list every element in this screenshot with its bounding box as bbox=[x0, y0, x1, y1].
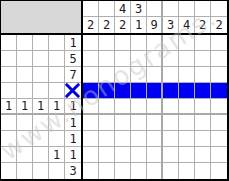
grid-cell[interactable] bbox=[195, 67, 211, 83]
grid-cell[interactable] bbox=[195, 163, 211, 179]
grid-cell[interactable] bbox=[115, 67, 131, 83]
row-clue-cell[interactable] bbox=[49, 115, 65, 131]
column-clues: 43222193422 bbox=[83, 1, 227, 33]
grid-cell[interactable] bbox=[211, 131, 227, 147]
col-clue-cell[interactable] bbox=[99, 1, 115, 17]
col-clue-cell[interactable]: 2 bbox=[211, 17, 227, 33]
row-clue-cell[interactable] bbox=[33, 35, 49, 51]
row-clue-cell[interactable] bbox=[1, 163, 17, 179]
grid-cell[interactable] bbox=[195, 147, 211, 163]
grid-cell[interactable] bbox=[131, 51, 147, 67]
grid-cell[interactable] bbox=[99, 67, 115, 83]
col-clue-cell[interactable]: 4 bbox=[115, 1, 131, 17]
row-clue-cell[interactable] bbox=[33, 163, 49, 179]
grid-cell[interactable] bbox=[195, 83, 211, 99]
row-clue-cell[interactable]: 1 bbox=[33, 99, 49, 115]
grid-cell[interactable] bbox=[147, 147, 163, 163]
row-clue-cell[interactable] bbox=[49, 35, 65, 51]
row-clue-cell[interactable] bbox=[33, 131, 49, 147]
grid-cell[interactable] bbox=[179, 163, 195, 179]
grid-cell[interactable] bbox=[83, 99, 99, 115]
row-clue-cell[interactable] bbox=[1, 131, 17, 147]
grid-cell[interactable] bbox=[131, 83, 147, 99]
grid-cell[interactable] bbox=[179, 67, 195, 83]
row-clue-cell[interactable] bbox=[49, 163, 65, 179]
row-clue-cell[interactable] bbox=[17, 115, 33, 131]
grid-cell[interactable] bbox=[83, 115, 99, 131]
grid-cell[interactable] bbox=[99, 163, 115, 179]
grid-cell[interactable] bbox=[211, 83, 227, 99]
col-clue-cell[interactable]: 1 bbox=[131, 17, 147, 33]
row-clue-cell[interactable] bbox=[33, 147, 49, 163]
nonogram-board: 43222193422 1571111111113 www.nonograms. bbox=[0, 0, 229, 181]
grid-cell[interactable] bbox=[163, 83, 179, 99]
row-clue-cell[interactable]: 1 bbox=[49, 99, 65, 115]
col-clue-cell[interactable] bbox=[211, 1, 227, 17]
grid-cell[interactable] bbox=[115, 35, 131, 51]
row-clue-cell[interactable] bbox=[49, 51, 65, 67]
puzzle-grid bbox=[83, 35, 227, 179]
row-clue-cell[interactable] bbox=[49, 131, 65, 147]
row-clue-cell[interactable]: 5 bbox=[65, 51, 81, 67]
grid-cell[interactable] bbox=[147, 99, 163, 115]
col-clue-cell[interactable]: 2 bbox=[195, 17, 211, 33]
grid-cell[interactable] bbox=[131, 67, 147, 83]
grid-cell[interactable] bbox=[211, 115, 227, 131]
row-clue-cell[interactable] bbox=[17, 131, 33, 147]
grid-cell[interactable] bbox=[147, 35, 163, 51]
col-clue-cell[interactable]: 2 bbox=[99, 17, 115, 33]
row-clue-cell[interactable]: 1 bbox=[49, 147, 65, 163]
grid-cell[interactable] bbox=[83, 131, 99, 147]
col-clue-cell[interactable] bbox=[147, 1, 163, 17]
grid-cell[interactable] bbox=[131, 131, 147, 147]
col-clue-cell[interactable]: 3 bbox=[131, 1, 147, 17]
grid-cell[interactable] bbox=[83, 67, 99, 83]
grid-cell[interactable] bbox=[163, 147, 179, 163]
grid-cell[interactable] bbox=[131, 35, 147, 51]
row-clue-cell[interactable] bbox=[1, 83, 17, 99]
grid-cell[interactable] bbox=[163, 35, 179, 51]
row-clue-cell[interactable]: 1 bbox=[65, 115, 81, 131]
grid-cell[interactable] bbox=[179, 115, 195, 131]
col-clue-cell[interactable]: 4 bbox=[179, 17, 195, 33]
grid-cell[interactable] bbox=[83, 51, 99, 67]
row-clue-cell[interactable] bbox=[33, 83, 49, 99]
grid-cell[interactable] bbox=[99, 51, 115, 67]
clue-corner bbox=[1, 1, 81, 33]
col-clue-cell[interactable]: 2 bbox=[83, 17, 99, 33]
grid-cell[interactable] bbox=[131, 99, 147, 115]
grid-cell[interactable] bbox=[131, 163, 147, 179]
row-clue-cell[interactable]: 1 bbox=[1, 99, 17, 115]
row-clue-cell[interactable] bbox=[17, 83, 33, 99]
col-clue-cell[interactable]: 2 bbox=[115, 17, 131, 33]
col-clue-cell[interactable] bbox=[163, 1, 179, 17]
row-clue-cell[interactable] bbox=[1, 115, 17, 131]
grid-cell[interactable] bbox=[131, 115, 147, 131]
row-clue-cell[interactable]: 1 bbox=[65, 99, 81, 115]
grid-cell[interactable] bbox=[115, 163, 131, 179]
grid-cell[interactable] bbox=[163, 99, 179, 115]
grid-cell[interactable] bbox=[163, 51, 179, 67]
grid-cell[interactable] bbox=[83, 35, 99, 51]
grid-cell[interactable] bbox=[211, 147, 227, 163]
grid-cell[interactable] bbox=[195, 35, 211, 51]
row-clue-cell[interactable] bbox=[17, 147, 33, 163]
row-clue-cell[interactable] bbox=[49, 67, 65, 83]
col-clue-cell[interactable]: 9 bbox=[147, 17, 163, 33]
grid-cell[interactable] bbox=[211, 51, 227, 67]
row-clue-cell[interactable]: 3 bbox=[65, 163, 81, 179]
grid-cell[interactable] bbox=[147, 67, 163, 83]
completed-clue-cross-icon[interactable] bbox=[65, 83, 81, 99]
grid-cell[interactable] bbox=[131, 147, 147, 163]
grid-cell[interactable] bbox=[179, 131, 195, 147]
grid-cell[interactable] bbox=[115, 115, 131, 131]
grid-cell[interactable] bbox=[147, 51, 163, 67]
row-clue-cell[interactable] bbox=[17, 163, 33, 179]
grid-cell[interactable] bbox=[99, 99, 115, 115]
grid-cell[interactable] bbox=[147, 83, 163, 99]
col-clue-cell[interactable]: 3 bbox=[163, 17, 179, 33]
grid-cell[interactable] bbox=[179, 99, 195, 115]
grid-cell[interactable] bbox=[179, 83, 195, 99]
grid-cell[interactable] bbox=[147, 115, 163, 131]
col-clue-cell[interactable] bbox=[83, 1, 99, 17]
row-clues: 1571111111113 bbox=[1, 35, 81, 179]
grid-cell[interactable] bbox=[211, 163, 227, 179]
row-clue-cell[interactable] bbox=[33, 51, 49, 67]
grid-cell[interactable] bbox=[115, 51, 131, 67]
row-clue-cell[interactable] bbox=[33, 67, 49, 83]
grid-cell[interactable] bbox=[99, 131, 115, 147]
grid-cell[interactable] bbox=[163, 115, 179, 131]
row-clue-cell[interactable] bbox=[33, 115, 49, 131]
row-clue-cell[interactable]: 1 bbox=[65, 35, 81, 51]
grid-cell[interactable] bbox=[195, 51, 211, 67]
row-clue-cell[interactable] bbox=[1, 147, 17, 163]
row-clue-cell[interactable]: 7 bbox=[65, 67, 81, 83]
col-clue-cell[interactable] bbox=[179, 1, 195, 17]
row-clue-cell[interactable]: 1 bbox=[65, 131, 81, 147]
grid-cell[interactable] bbox=[163, 131, 179, 147]
col-clue-cell[interactable] bbox=[195, 1, 211, 17]
row-clue-cell[interactable] bbox=[1, 67, 17, 83]
grid-cell[interactable] bbox=[83, 83, 99, 99]
grid-cell[interactable] bbox=[147, 131, 163, 147]
grid-cell[interactable] bbox=[211, 67, 227, 83]
grid-cell[interactable] bbox=[99, 35, 115, 51]
grid-cell[interactable] bbox=[163, 67, 179, 83]
row-clue-cell[interactable] bbox=[17, 67, 33, 83]
grid-cell[interactable] bbox=[195, 99, 211, 115]
grid-cell[interactable] bbox=[163, 163, 179, 179]
grid-cell[interactable] bbox=[99, 83, 115, 99]
row-clue-cell[interactable] bbox=[17, 35, 33, 51]
row-clue-cell[interactable]: 1 bbox=[65, 147, 81, 163]
row-clue-cell[interactable] bbox=[17, 51, 33, 67]
grid-cell[interactable] bbox=[115, 131, 131, 147]
grid-cell[interactable] bbox=[83, 163, 99, 179]
grid-cell[interactable] bbox=[115, 83, 131, 99]
grid-cell[interactable] bbox=[99, 147, 115, 163]
grid-cell[interactable] bbox=[211, 99, 227, 115]
grid-cell[interactable] bbox=[195, 131, 211, 147]
row-clue-cell[interactable] bbox=[1, 35, 17, 51]
row-clue-cell[interactable] bbox=[1, 51, 17, 67]
row-clue-cell[interactable] bbox=[49, 83, 65, 99]
grid-cell[interactable] bbox=[179, 147, 195, 163]
grid-cell[interactable] bbox=[83, 147, 99, 163]
grid-cell[interactable] bbox=[147, 163, 163, 179]
row-clue-cell[interactable]: 1 bbox=[17, 99, 33, 115]
grid-cell[interactable] bbox=[115, 99, 131, 115]
grid-cell[interactable] bbox=[179, 51, 195, 67]
grid-cell[interactable] bbox=[195, 115, 211, 131]
grid-cell[interactable] bbox=[179, 35, 195, 51]
grid-cell[interactable] bbox=[115, 147, 131, 163]
grid-cell[interactable] bbox=[99, 115, 115, 131]
grid-cell[interactable] bbox=[211, 35, 227, 51]
